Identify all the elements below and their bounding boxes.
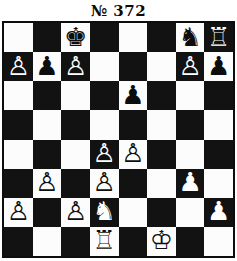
- black-pawn: ♙: [7, 53, 30, 79]
- square-d2[interactable]: ♞: [90, 198, 119, 227]
- square-g1[interactable]: [176, 227, 205, 256]
- square-g6[interactable]: [176, 81, 205, 110]
- black-pawn: ♙: [64, 53, 87, 79]
- square-b1[interactable]: [33, 227, 62, 256]
- square-e3[interactable]: [119, 169, 148, 198]
- square-f6[interactable]: [147, 81, 176, 110]
- square-f7[interactable]: [147, 52, 176, 81]
- square-d5[interactable]: [90, 110, 119, 139]
- square-d3[interactable]: ♙: [90, 169, 119, 198]
- white-pawn: ♙: [35, 169, 58, 195]
- square-g7[interactable]: ♙: [176, 52, 205, 81]
- square-h2[interactable]: ♟: [204, 198, 233, 227]
- square-c5[interactable]: [61, 110, 90, 139]
- puzzle-page: № 372 ♚♞♖♙♟♙♙♟♟♙♙♙♙♟♙♙♞♟♖♔: [0, 0, 237, 261]
- black-pawn: ♟: [121, 82, 144, 108]
- white-pawn: ♟: [207, 198, 230, 224]
- square-c4[interactable]: [61, 140, 90, 169]
- white-knight: ♞: [93, 198, 116, 224]
- square-h1[interactable]: [204, 227, 233, 256]
- square-a1[interactable]: [4, 227, 33, 256]
- square-b5[interactable]: [33, 110, 62, 139]
- square-d7[interactable]: [90, 52, 119, 81]
- square-c7[interactable]: ♙: [61, 52, 90, 81]
- square-a4[interactable]: [4, 140, 33, 169]
- square-f1[interactable]: ♔: [147, 227, 176, 256]
- black-king: ♚: [64, 24, 87, 50]
- square-c6[interactable]: [61, 81, 90, 110]
- square-a6[interactable]: [4, 81, 33, 110]
- square-b2[interactable]: [33, 198, 62, 227]
- square-b8[interactable]: [33, 23, 62, 52]
- white-pawn: ♙: [93, 169, 116, 195]
- black-pawn: ♟: [207, 53, 230, 79]
- white-pawn: ♙: [121, 140, 144, 166]
- square-g5[interactable]: [176, 110, 205, 139]
- square-c1[interactable]: [61, 227, 90, 256]
- white-king: ♔: [150, 227, 173, 253]
- square-b6[interactable]: [33, 81, 62, 110]
- square-e5[interactable]: [119, 110, 148, 139]
- square-g4[interactable]: [176, 140, 205, 169]
- square-d8[interactable]: [90, 23, 119, 52]
- black-pawn: ♟: [35, 53, 58, 79]
- white-pawn: ♙: [64, 198, 87, 224]
- white-pawn: ♙: [7, 198, 30, 224]
- square-h5[interactable]: [204, 110, 233, 139]
- square-g2[interactable]: [176, 198, 205, 227]
- square-e8[interactable]: [119, 23, 148, 52]
- square-a3[interactable]: [4, 169, 33, 198]
- chess-board: ♚♞♖♙♟♙♙♟♟♙♙♙♙♟♙♙♞♟♖♔: [2, 21, 235, 258]
- black-pawn: ♙: [93, 140, 116, 166]
- square-e6[interactable]: ♟: [119, 81, 148, 110]
- square-d4[interactable]: ♙: [90, 140, 119, 169]
- square-g8[interactable]: ♞: [176, 23, 205, 52]
- square-h4[interactable]: [204, 140, 233, 169]
- square-b4[interactable]: [33, 140, 62, 169]
- square-h3[interactable]: [204, 169, 233, 198]
- square-f2[interactable]: [147, 198, 176, 227]
- square-d6[interactable]: [90, 81, 119, 110]
- square-a2[interactable]: ♙: [4, 198, 33, 227]
- square-h6[interactable]: [204, 81, 233, 110]
- square-c2[interactable]: ♙: [61, 198, 90, 227]
- square-f8[interactable]: [147, 23, 176, 52]
- square-e2[interactable]: [119, 198, 148, 227]
- square-e7[interactable]: [119, 52, 148, 81]
- square-f3[interactable]: [147, 169, 176, 198]
- black-rook: ♖: [207, 24, 230, 50]
- square-d1[interactable]: ♖: [90, 227, 119, 256]
- white-pawn: ♟: [178, 169, 201, 195]
- square-b7[interactable]: ♟: [33, 52, 62, 81]
- square-a5[interactable]: [4, 110, 33, 139]
- square-e4[interactable]: ♙: [119, 140, 148, 169]
- square-a7[interactable]: ♙: [4, 52, 33, 81]
- black-pawn: ♙: [178, 53, 201, 79]
- puzzle-number: № 372: [0, 0, 237, 21]
- square-f4[interactable]: [147, 140, 176, 169]
- black-knight: ♞: [178, 24, 201, 50]
- square-f5[interactable]: [147, 110, 176, 139]
- square-b3[interactable]: ♙: [33, 169, 62, 198]
- white-rook: ♖: [93, 227, 116, 253]
- square-c8[interactable]: ♚: [61, 23, 90, 52]
- square-g3[interactable]: ♟: [176, 169, 205, 198]
- square-a8[interactable]: [4, 23, 33, 52]
- square-c3[interactable]: [61, 169, 90, 198]
- square-h8[interactable]: ♖: [204, 23, 233, 52]
- square-e1[interactable]: [119, 227, 148, 256]
- square-h7[interactable]: ♟: [204, 52, 233, 81]
